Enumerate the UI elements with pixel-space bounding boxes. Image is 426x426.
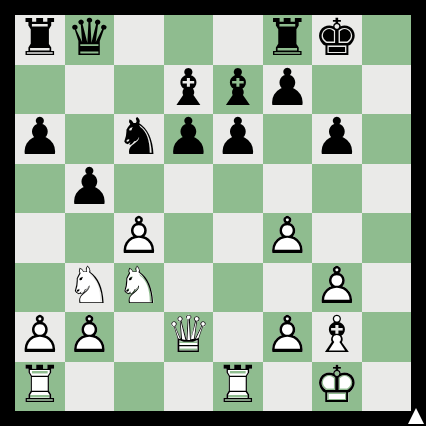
square-d5[interactable] [164, 164, 214, 214]
black-pawn[interactable]: ♟ [312, 114, 362, 164]
square-b1[interactable] [65, 362, 115, 412]
black-knight[interactable]: ♞ [114, 114, 164, 164]
white-rook[interactable]: ♜♖ [15, 362, 65, 412]
piece-glyph-outline: ♙ [65, 312, 115, 362]
square-f1[interactable] [263, 362, 313, 412]
square-f6[interactable] [263, 114, 313, 164]
piece-glyph-fill: ♞ [114, 114, 164, 164]
square-g8[interactable]: ♚ [312, 15, 362, 65]
piece-glyph-fill: ♚ [312, 15, 362, 65]
square-b8[interactable]: ♛ [65, 15, 115, 65]
square-c3[interactable]: ♞♘ [114, 263, 164, 313]
square-e5[interactable] [213, 164, 263, 214]
square-a6[interactable]: ♟ [15, 114, 65, 164]
white-to-move-indicator [408, 408, 424, 424]
square-g1[interactable]: ♚♔ [312, 362, 362, 412]
square-h4[interactable] [362, 213, 412, 263]
square-e1[interactable]: ♜♖ [213, 362, 263, 412]
square-f2[interactable]: ♟♙ [263, 312, 313, 362]
black-king[interactable]: ♚ [312, 15, 362, 65]
square-b7[interactable] [65, 65, 115, 115]
piece-glyph-fill: ♟ [164, 114, 214, 164]
square-e6[interactable]: ♟ [213, 114, 263, 164]
square-g5[interactable] [312, 164, 362, 214]
square-h7[interactable] [362, 65, 412, 115]
black-pawn[interactable]: ♟ [65, 164, 115, 214]
white-pawn[interactable]: ♟♙ [65, 312, 115, 362]
piece-glyph-fill: ♟ [213, 114, 263, 164]
piece-glyph-outline: ♙ [263, 213, 313, 263]
piece-glyph-fill: ♜ [15, 15, 65, 65]
piece-glyph-outline: ♙ [263, 312, 313, 362]
square-c6[interactable]: ♞ [114, 114, 164, 164]
square-f7[interactable]: ♟ [263, 65, 313, 115]
chessboard: ♜♛♜♚♝♝♟♟♞♟♟♟♟♟♙♟♙♞♘♞♘♟♙♟♙♟♙♛♕♟♙♝♗♜♖♜♖♚♔ [15, 15, 411, 411]
white-rook[interactable]: ♜♖ [213, 362, 263, 412]
piece-glyph-fill: ♛ [65, 15, 115, 65]
square-g6[interactable]: ♟ [312, 114, 362, 164]
piece-glyph-fill: ♟ [263, 65, 313, 115]
white-pawn[interactable]: ♟♙ [263, 312, 313, 362]
square-h2[interactable] [362, 312, 412, 362]
square-h1[interactable] [362, 362, 412, 412]
black-pawn[interactable]: ♟ [164, 114, 214, 164]
square-c1[interactable] [114, 362, 164, 412]
square-b5[interactable]: ♟ [65, 164, 115, 214]
square-h3[interactable] [362, 263, 412, 313]
square-h6[interactable] [362, 114, 412, 164]
square-c8[interactable] [114, 15, 164, 65]
black-pawn[interactable]: ♟ [263, 65, 313, 115]
square-b2[interactable]: ♟♙ [65, 312, 115, 362]
chessboard-frame: ♜♛♜♚♝♝♟♟♞♟♟♟♟♟♙♟♙♞♘♞♘♟♙♟♙♟♙♛♕♟♙♝♗♜♖♜♖♚♔ [0, 0, 426, 426]
black-pawn[interactable]: ♟ [15, 114, 65, 164]
square-e4[interactable] [213, 213, 263, 263]
square-d4[interactable] [164, 213, 214, 263]
square-c2[interactable] [114, 312, 164, 362]
piece-glyph-fill: ♟ [15, 114, 65, 164]
square-d6[interactable]: ♟ [164, 114, 214, 164]
black-queen[interactable]: ♛ [65, 15, 115, 65]
piece-glyph-outline: ♖ [213, 362, 263, 412]
white-queen[interactable]: ♛♕ [164, 312, 214, 362]
white-pawn[interactable]: ♟♙ [263, 213, 313, 263]
piece-glyph-outline: ♕ [164, 312, 214, 362]
square-d1[interactable] [164, 362, 214, 412]
square-d2[interactable]: ♛♕ [164, 312, 214, 362]
piece-glyph-outline: ♘ [114, 263, 164, 313]
square-a4[interactable] [15, 213, 65, 263]
piece-glyph-outline: ♔ [312, 362, 362, 412]
white-king[interactable]: ♚♔ [312, 362, 362, 412]
piece-glyph-fill: ♟ [312, 114, 362, 164]
white-knight[interactable]: ♞♘ [114, 263, 164, 313]
black-rook[interactable]: ♜ [15, 15, 65, 65]
square-h8[interactable] [362, 15, 412, 65]
square-a5[interactable] [15, 164, 65, 214]
square-a8[interactable]: ♜ [15, 15, 65, 65]
square-a1[interactable]: ♜♖ [15, 362, 65, 412]
black-pawn[interactable]: ♟ [213, 114, 263, 164]
piece-glyph-fill: ♟ [65, 164, 115, 214]
square-e3[interactable] [213, 263, 263, 313]
square-f4[interactable]: ♟♙ [263, 213, 313, 263]
square-h5[interactable] [362, 164, 412, 214]
piece-glyph-outline: ♖ [15, 362, 65, 412]
